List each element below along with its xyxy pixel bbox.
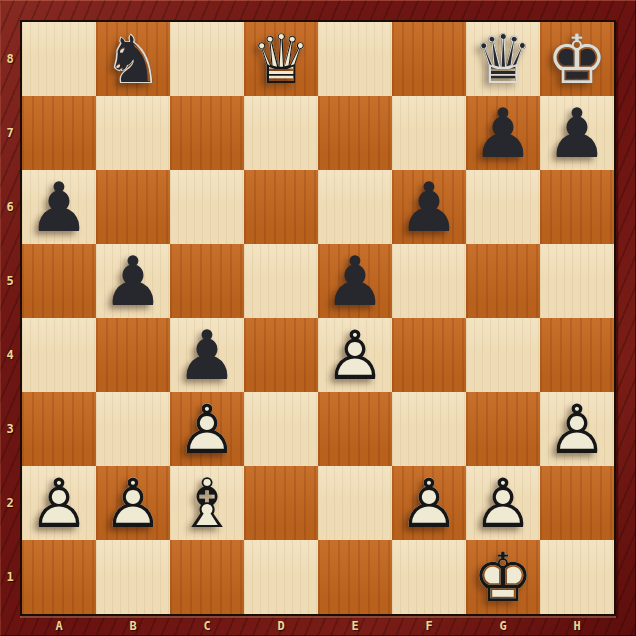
- square-d1[interactable]: [244, 540, 318, 614]
- square-a7[interactable]: [22, 96, 96, 170]
- white-queen-outline: ♕: [244, 22, 318, 96]
- square-a1[interactable]: [22, 540, 96, 614]
- square-f1[interactable]: [392, 540, 466, 614]
- white-pawn-outline: ♙: [170, 392, 244, 466]
- square-e4[interactable]: ♟♙: [318, 318, 392, 392]
- rank-label-5: 5: [0, 244, 20, 318]
- square-h4[interactable]: [540, 318, 614, 392]
- file-label-f: F: [392, 616, 466, 636]
- square-f4[interactable]: [392, 318, 466, 392]
- file-label-a: A: [22, 616, 96, 636]
- rank-label-4: 4: [0, 318, 20, 392]
- square-b4[interactable]: [96, 318, 170, 392]
- square-c5[interactable]: [170, 244, 244, 318]
- square-g6[interactable]: [466, 170, 540, 244]
- square-f5[interactable]: [392, 244, 466, 318]
- piece-white-bishop[interactable]: ♝♗: [170, 466, 244, 540]
- square-h2[interactable]: [540, 466, 614, 540]
- white-pawn-outline: ♙: [318, 318, 392, 392]
- square-c8[interactable]: [170, 22, 244, 96]
- square-d7[interactable]: [244, 96, 318, 170]
- white-king-outline: ♔: [466, 540, 540, 614]
- square-c6[interactable]: [170, 170, 244, 244]
- rank-label-3: 3: [0, 392, 20, 466]
- square-h8[interactable]: ♚♔: [540, 22, 614, 96]
- square-g4[interactable]: [466, 318, 540, 392]
- piece-black-queen[interactable]: ♛♕: [466, 22, 540, 96]
- black-knight-outline: ♘: [96, 22, 170, 96]
- square-g1[interactable]: ♚♔: [466, 540, 540, 614]
- square-e5[interactable]: ♟: [318, 244, 392, 318]
- piece-white-pawn[interactable]: ♟♙: [170, 392, 244, 466]
- square-b3[interactable]: [96, 392, 170, 466]
- rank-labels: 87654321: [0, 22, 20, 614]
- square-d4[interactable]: [244, 318, 318, 392]
- square-a8[interactable]: [22, 22, 96, 96]
- square-c3[interactable]: ♟♙: [170, 392, 244, 466]
- piece-white-pawn[interactable]: ♟♙: [96, 466, 170, 540]
- piece-white-pawn[interactable]: ♟♙: [392, 466, 466, 540]
- square-g2[interactable]: ♟♙: [466, 466, 540, 540]
- file-label-d: D: [244, 616, 318, 636]
- square-f8[interactable]: [392, 22, 466, 96]
- square-d5[interactable]: [244, 244, 318, 318]
- square-g3[interactable]: [466, 392, 540, 466]
- square-d6[interactable]: [244, 170, 318, 244]
- piece-white-pawn[interactable]: ♟♙: [318, 318, 392, 392]
- piece-white-king[interactable]: ♚♔: [466, 540, 540, 614]
- square-g8[interactable]: ♛♕: [466, 22, 540, 96]
- square-e2[interactable]: [318, 466, 392, 540]
- square-a5[interactable]: [22, 244, 96, 318]
- square-c2[interactable]: ♝♗: [170, 466, 244, 540]
- file-label-h: H: [540, 616, 614, 636]
- rank-label-6: 6: [0, 170, 20, 244]
- square-b7[interactable]: [96, 96, 170, 170]
- piece-white-pawn[interactable]: ♟♙: [540, 392, 614, 466]
- square-h3[interactable]: ♟♙: [540, 392, 614, 466]
- square-b2[interactable]: ♟♙: [96, 466, 170, 540]
- square-f3[interactable]: [392, 392, 466, 466]
- black-pawn-glyph: ♟: [22, 170, 96, 244]
- square-g5[interactable]: [466, 244, 540, 318]
- rank-label-1: 1: [0, 540, 20, 614]
- piece-black-knight[interactable]: ♞♘: [96, 22, 170, 96]
- white-pawn-outline: ♙: [22, 466, 96, 540]
- piece-black-pawn[interactable]: ♟: [318, 244, 392, 318]
- white-pawn-outline: ♙: [540, 392, 614, 466]
- piece-black-pawn[interactable]: ♟: [466, 96, 540, 170]
- square-c7[interactable]: [170, 96, 244, 170]
- square-h1[interactable]: [540, 540, 614, 614]
- board-frame: ♞♘♛♕♛♕♚♔♟♟♟♟♟♟♟♟♙♟♙♟♙♟♙♟♙♝♗♟♙♟♙♚♔ 876543…: [0, 0, 636, 636]
- square-h7[interactable]: ♟: [540, 96, 614, 170]
- black-king-outline: ♔: [540, 22, 614, 96]
- black-pawn-glyph: ♟: [170, 318, 244, 392]
- piece-black-king[interactable]: ♚♔: [540, 22, 614, 96]
- square-d8[interactable]: ♛♕: [244, 22, 318, 96]
- white-bishop-outline: ♗: [170, 466, 244, 540]
- square-g7[interactable]: ♟: [466, 96, 540, 170]
- black-pawn-glyph: ♟: [392, 170, 466, 244]
- black-queen-outline: ♕: [466, 22, 540, 96]
- square-h6[interactable]: [540, 170, 614, 244]
- square-f2[interactable]: ♟♙: [392, 466, 466, 540]
- rank-label-8: 8: [0, 22, 20, 96]
- square-e7[interactable]: [318, 96, 392, 170]
- square-b5[interactable]: ♟: [96, 244, 170, 318]
- piece-black-pawn[interactable]: ♟: [392, 170, 466, 244]
- piece-white-pawn[interactable]: ♟♙: [466, 466, 540, 540]
- file-label-e: E: [318, 616, 392, 636]
- square-b8[interactable]: ♞♘: [96, 22, 170, 96]
- piece-black-pawn[interactable]: ♟: [540, 96, 614, 170]
- square-c1[interactable]: [170, 540, 244, 614]
- piece-black-pawn[interactable]: ♟: [22, 170, 96, 244]
- square-a4[interactable]: [22, 318, 96, 392]
- square-d2[interactable]: [244, 466, 318, 540]
- square-e6[interactable]: [318, 170, 392, 244]
- piece-black-pawn[interactable]: ♟: [170, 318, 244, 392]
- white-pawn-outline: ♙: [466, 466, 540, 540]
- square-d3[interactable]: [244, 392, 318, 466]
- white-pawn-outline: ♙: [392, 466, 466, 540]
- black-pawn-glyph: ♟: [466, 96, 540, 170]
- square-b1[interactable]: [96, 540, 170, 614]
- file-label-b: B: [96, 616, 170, 636]
- file-label-c: C: [170, 616, 244, 636]
- square-f6[interactable]: ♟: [392, 170, 466, 244]
- square-e3[interactable]: [318, 392, 392, 466]
- square-c4[interactable]: ♟: [170, 318, 244, 392]
- piece-white-queen[interactable]: ♛♕: [244, 22, 318, 96]
- square-h5[interactable]: [540, 244, 614, 318]
- black-pawn-glyph: ♟: [540, 96, 614, 170]
- piece-black-pawn[interactable]: ♟: [96, 244, 170, 318]
- rank-label-7: 7: [0, 96, 20, 170]
- square-e1[interactable]: [318, 540, 392, 614]
- square-e8[interactable]: [318, 22, 392, 96]
- file-label-g: G: [466, 616, 540, 636]
- square-a3[interactable]: [22, 392, 96, 466]
- square-a6[interactable]: ♟: [22, 170, 96, 244]
- file-labels: ABCDEFGH: [22, 616, 614, 636]
- square-b6[interactable]: [96, 170, 170, 244]
- chess-board: ♞♘♛♕♛♕♚♔♟♟♟♟♟♟♟♟♙♟♙♟♙♟♙♟♙♝♗♟♙♟♙♚♔: [20, 20, 616, 616]
- white-pawn-outline: ♙: [96, 466, 170, 540]
- square-f7[interactable]: [392, 96, 466, 170]
- square-a2[interactable]: ♟♙: [22, 466, 96, 540]
- black-pawn-glyph: ♟: [96, 244, 170, 318]
- piece-white-pawn[interactable]: ♟♙: [22, 466, 96, 540]
- rank-label-2: 2: [0, 466, 20, 540]
- black-pawn-glyph: ♟: [318, 244, 392, 318]
